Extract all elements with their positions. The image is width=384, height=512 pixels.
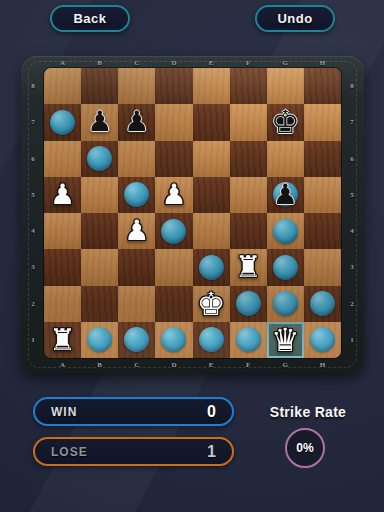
- rank-label-7: 7: [343, 104, 361, 140]
- lose-label: LOSE: [51, 445, 88, 459]
- square-b7[interactable]: ♟: [81, 104, 118, 140]
- move-hint-circle[interactable]: [87, 327, 112, 352]
- rank-label-2: 2: [24, 286, 42, 322]
- file-label-c: C: [118, 359, 155, 371]
- square-c7[interactable]: ♟: [118, 104, 155, 140]
- file-labels-top: ABCDEFGH: [44, 57, 341, 68]
- square-c1[interactable]: [118, 322, 155, 358]
- file-label-b: B: [81, 57, 118, 68]
- move-hint-circle[interactable]: [310, 291, 335, 316]
- square-d2[interactable]: [155, 286, 192, 322]
- square-d6[interactable]: [155, 141, 192, 177]
- win-label: WIN: [51, 405, 77, 419]
- square-h3[interactable]: [304, 249, 341, 285]
- square-a3[interactable]: [44, 249, 81, 285]
- square-g1[interactable]: ♛: [267, 322, 304, 358]
- square-e7[interactable]: [193, 104, 230, 140]
- square-c3[interactable]: [118, 249, 155, 285]
- move-hint-circle[interactable]: [236, 291, 261, 316]
- square-a8[interactable]: [44, 68, 81, 104]
- rank-label-4: 4: [343, 213, 361, 249]
- strike-rate-badge: 0%: [285, 428, 325, 468]
- square-g6[interactable]: [267, 141, 304, 177]
- move-hint-circle[interactable]: [310, 327, 335, 352]
- app-screen: Back Undo ABCDEFGH ABCDEFGH 87654321 876…: [0, 0, 384, 512]
- rank-label-8: 8: [343, 68, 361, 104]
- square-e8[interactable]: [193, 68, 230, 104]
- square-c5[interactable]: [118, 177, 155, 213]
- square-a7[interactable]: [44, 104, 81, 140]
- square-f8[interactable]: [230, 68, 267, 104]
- square-g3[interactable]: [267, 249, 304, 285]
- square-b1[interactable]: [81, 322, 118, 358]
- chess-board: ABCDEFGH ABCDEFGH 87654321 87654321 ♟♟♚♟…: [21, 56, 364, 373]
- square-e3[interactable]: [193, 249, 230, 285]
- file-label-f: F: [230, 359, 267, 371]
- rank-label-1: 1: [343, 322, 361, 358]
- square-f2[interactable]: [230, 286, 267, 322]
- square-h4[interactable]: [304, 213, 341, 249]
- move-hint-circle[interactable]: [161, 219, 186, 244]
- square-e4[interactable]: [193, 213, 230, 249]
- square-c4[interactable]: ♟: [118, 213, 155, 249]
- rank-labels-right: 87654321: [343, 68, 361, 358]
- square-g4[interactable]: [267, 213, 304, 249]
- square-f4[interactable]: [230, 213, 267, 249]
- move-hint-circle[interactable]: [161, 327, 186, 352]
- square-c2[interactable]: [118, 286, 155, 322]
- square-d7[interactable]: [155, 104, 192, 140]
- rank-label-3: 3: [24, 249, 42, 285]
- rank-labels-left: 87654321: [24, 68, 42, 358]
- file-label-d: D: [155, 57, 192, 68]
- square-g8[interactable]: [267, 68, 304, 104]
- square-d8[interactable]: [155, 68, 192, 104]
- file-label-h: H: [304, 57, 341, 68]
- move-hint-circle[interactable]: [124, 182, 149, 207]
- square-h5[interactable]: [304, 177, 341, 213]
- square-c8[interactable]: [118, 68, 155, 104]
- move-hint-circle[interactable]: [124, 327, 149, 352]
- board-grid: ♟♟♚♟♟♟♟♜♚♜♛: [44, 68, 341, 358]
- rank-label-6: 6: [24, 141, 42, 177]
- move-hint-circle[interactable]: [236, 327, 261, 352]
- square-f6[interactable]: [230, 141, 267, 177]
- square-a2[interactable]: [44, 286, 81, 322]
- rank-label-4: 4: [24, 213, 42, 249]
- rank-label-5: 5: [24, 177, 42, 213]
- piece-white-pawn[interactable]: ♟: [118, 213, 155, 249]
- move-hint-circle[interactable]: [273, 255, 298, 280]
- move-hint-circle[interactable]: [273, 219, 298, 244]
- square-g7[interactable]: ♚: [267, 104, 304, 140]
- piece-white-pawn[interactable]: ♟: [155, 177, 192, 213]
- piece-black-pawn[interactable]: ♟: [267, 177, 304, 213]
- lose-counter: LOSE 1: [33, 437, 234, 466]
- square-h1[interactable]: [304, 322, 341, 358]
- square-c6[interactable]: [118, 141, 155, 177]
- square-b2[interactable]: [81, 286, 118, 322]
- square-a5[interactable]: ♟: [44, 177, 81, 213]
- win-value: 0: [207, 403, 216, 421]
- rank-label-5: 5: [343, 177, 361, 213]
- square-h7[interactable]: [304, 104, 341, 140]
- file-label-e: E: [193, 57, 230, 68]
- rank-label-8: 8: [24, 68, 42, 104]
- square-b3[interactable]: [81, 249, 118, 285]
- win-counter: WIN 0: [33, 397, 234, 426]
- square-b5[interactable]: [81, 177, 118, 213]
- move-hint-circle[interactable]: [199, 327, 224, 352]
- rank-label-7: 7: [24, 104, 42, 140]
- square-e6[interactable]: [193, 141, 230, 177]
- square-f7[interactable]: [230, 104, 267, 140]
- square-g2[interactable]: [267, 286, 304, 322]
- strike-rate-value: 0%: [296, 441, 313, 455]
- file-label-h: H: [304, 359, 341, 371]
- square-h8[interactable]: [304, 68, 341, 104]
- rank-label-3: 3: [343, 249, 361, 285]
- square-a1[interactable]: ♜: [44, 322, 81, 358]
- square-h6[interactable]: [304, 141, 341, 177]
- piece-black-pawn[interactable]: ♟: [81, 104, 118, 140]
- file-label-b: B: [81, 359, 118, 371]
- square-d3[interactable]: [155, 249, 192, 285]
- file-label-g: G: [267, 57, 304, 68]
- move-hint-circle[interactable]: [199, 255, 224, 280]
- lose-value: 1: [207, 443, 216, 461]
- file-label-e: E: [193, 359, 230, 371]
- square-f1[interactable]: [230, 322, 267, 358]
- piece-white-rook[interactable]: ♜: [44, 322, 81, 358]
- square-h2[interactable]: [304, 286, 341, 322]
- back-button[interactable]: Back: [50, 5, 130, 32]
- square-b6[interactable]: [81, 141, 118, 177]
- square-g5[interactable]: ♟: [267, 177, 304, 213]
- piece-white-queen[interactable]: ♛: [267, 322, 304, 358]
- move-hint-circle[interactable]: [273, 291, 298, 316]
- square-a6[interactable]: [44, 141, 81, 177]
- move-hint-circle[interactable]: [50, 110, 75, 135]
- move-hint-circle[interactable]: [87, 146, 112, 171]
- square-b4[interactable]: [81, 213, 118, 249]
- file-label-d: D: [155, 359, 192, 371]
- piece-white-rook[interactable]: ♜: [230, 249, 267, 285]
- rank-label-1: 1: [24, 322, 42, 358]
- square-e1[interactable]: [193, 322, 230, 358]
- square-e5[interactable]: [193, 177, 230, 213]
- rank-label-6: 6: [343, 141, 361, 177]
- rank-label-2: 2: [343, 286, 361, 322]
- file-label-a: A: [44, 359, 81, 371]
- square-e2[interactable]: ♚: [193, 286, 230, 322]
- piece-black-pawn[interactable]: ♟: [118, 104, 155, 140]
- undo-button[interactable]: Undo: [255, 5, 335, 32]
- file-label-c: C: [118, 57, 155, 68]
- piece-white-pawn[interactable]: ♟: [44, 177, 81, 213]
- square-a4[interactable]: [44, 213, 81, 249]
- file-label-g: G: [267, 359, 304, 371]
- file-labels-bottom: ABCDEFGH: [44, 359, 341, 371]
- file-label-a: A: [44, 57, 81, 68]
- square-f3[interactable]: ♜: [230, 249, 267, 285]
- square-f5[interactable]: [230, 177, 267, 213]
- square-d1[interactable]: [155, 322, 192, 358]
- piece-white-king[interactable]: ♚: [193, 286, 230, 322]
- square-d5[interactable]: ♟: [155, 177, 192, 213]
- file-label-f: F: [230, 57, 267, 68]
- square-b8[interactable]: [81, 68, 118, 104]
- square-d4[interactable]: [155, 213, 192, 249]
- piece-black-king[interactable]: ♚: [267, 104, 304, 140]
- strike-rate-label: Strike Rate: [258, 404, 358, 420]
